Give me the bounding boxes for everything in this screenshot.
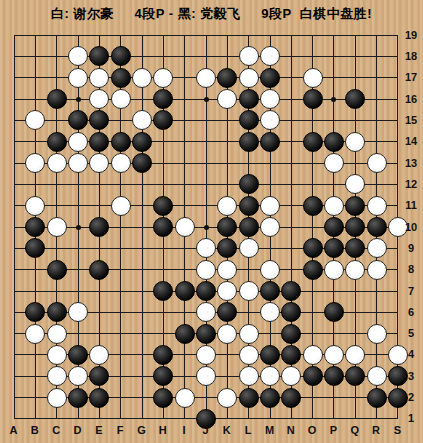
go-game-viewer: 白: 谢尔豪 4段P - 黑: 党毅飞 9段P 白棋中盘胜! ABCDEFGHI… <box>0 0 423 443</box>
black-stone-L12[interactable] <box>239 174 259 194</box>
white-stone-K2[interactable] <box>217 388 237 408</box>
black-stone-R2[interactable] <box>367 388 387 408</box>
black-stone-Q9[interactable] <box>345 238 365 258</box>
col-label-S: S <box>387 424 407 436</box>
hoshi-point <box>204 225 209 230</box>
black-stone-K17[interactable] <box>217 68 237 88</box>
black-stone-N6[interactable] <box>281 302 301 322</box>
white-stone-J17[interactable] <box>196 68 216 88</box>
white-stone-C4[interactable] <box>47 345 67 365</box>
black-stone-H4[interactable] <box>153 345 173 365</box>
row-label-18: 18 <box>399 50 423 62</box>
white-stone-J9[interactable] <box>196 238 216 258</box>
white-stone-B13[interactable] <box>25 153 45 173</box>
black-stone-P6[interactable] <box>324 302 344 322</box>
row-label-13: 13 <box>399 157 423 169</box>
white-stone-L3[interactable] <box>239 366 259 386</box>
black-stone-O16[interactable] <box>303 89 323 109</box>
black-stone-E8[interactable] <box>89 260 109 280</box>
black-stone-D2[interactable] <box>68 388 88 408</box>
white-stone-M10[interactable] <box>260 217 280 237</box>
white-stone-L4[interactable] <box>239 345 259 365</box>
white-stone-P4[interactable] <box>324 345 344 365</box>
black-stone-J7[interactable] <box>196 281 216 301</box>
white-stone-C2[interactable] <box>47 388 67 408</box>
row-label-14: 14 <box>399 135 423 147</box>
col-label-D: D <box>68 424 88 436</box>
black-stone-M2[interactable] <box>260 388 280 408</box>
white-stone-P11[interactable] <box>324 196 344 216</box>
black-stone-L10[interactable] <box>239 217 259 237</box>
black-stone-I5[interactable] <box>175 324 195 344</box>
black-stone-F18[interactable] <box>111 46 131 66</box>
white-stone-C13[interactable] <box>47 153 67 173</box>
black-stone-H3[interactable] <box>153 366 173 386</box>
white-stone-Q4[interactable] <box>345 345 365 365</box>
black-stone-J5[interactable] <box>196 324 216 344</box>
col-label-A: A <box>4 424 24 436</box>
white-stone-E4[interactable] <box>89 345 109 365</box>
black-stone-O11[interactable] <box>303 196 323 216</box>
black-stone-E3[interactable] <box>89 366 109 386</box>
hoshi-point <box>76 225 81 230</box>
row-label-11: 11 <box>399 199 423 211</box>
white-stone-D17[interactable] <box>68 68 88 88</box>
row-label-19: 19 <box>399 29 423 41</box>
hoshi-point <box>204 97 209 102</box>
black-stone-C6[interactable] <box>47 302 67 322</box>
white-stone-B5[interactable] <box>25 324 45 344</box>
white-stone-M3[interactable] <box>260 366 280 386</box>
black-stone-Q16[interactable] <box>345 89 365 109</box>
white-stone-H17[interactable] <box>153 68 173 88</box>
white-stone-F11[interactable] <box>111 196 131 216</box>
col-label-M: M <box>260 424 280 436</box>
col-label-Q: Q <box>345 424 365 436</box>
white-stone-R3[interactable] <box>367 366 387 386</box>
black-stone-F14[interactable] <box>111 132 131 152</box>
black-stone-M17[interactable] <box>260 68 280 88</box>
col-label-G: G <box>132 424 152 436</box>
black-stone-I7[interactable] <box>175 281 195 301</box>
white-stone-Q12[interactable] <box>345 174 365 194</box>
black-stone-L2[interactable] <box>239 388 259 408</box>
hoshi-point <box>331 97 336 102</box>
black-stone-C14[interactable] <box>47 132 67 152</box>
white-stone-O4[interactable] <box>303 345 323 365</box>
black-stone-L16[interactable] <box>239 89 259 109</box>
black-stone-E10[interactable] <box>89 217 109 237</box>
white-stone-K8[interactable] <box>217 260 237 280</box>
black-stone-L11[interactable] <box>239 196 259 216</box>
black-stone-K6[interactable] <box>217 302 237 322</box>
col-label-E: E <box>89 424 109 436</box>
black-stone-H11[interactable] <box>153 196 173 216</box>
row-label-6: 6 <box>399 306 423 318</box>
white-stone-R8[interactable] <box>367 260 387 280</box>
white-stone-M15[interactable] <box>260 110 280 130</box>
black-stone-B10[interactable] <box>25 217 45 237</box>
white-stone-L18[interactable] <box>239 46 259 66</box>
white-stone-G15[interactable] <box>132 110 152 130</box>
black-stone-P10[interactable] <box>324 217 344 237</box>
black-stone-R10[interactable] <box>367 217 387 237</box>
row-label-4: 4 <box>399 348 423 360</box>
game-info-header: 白: 谢尔豪 4段P - 黑: 党毅飞 9段P 白棋中盘胜! <box>0 0 423 28</box>
col-label-R: R <box>366 424 386 436</box>
row-label-1: 1 <box>399 412 423 424</box>
black-stone-N7[interactable] <box>281 281 301 301</box>
white-stone-F13[interactable] <box>111 153 131 173</box>
black-stone-D15[interactable] <box>68 110 88 130</box>
white-stone-Q14[interactable] <box>345 132 365 152</box>
black-stone-H16[interactable] <box>153 89 173 109</box>
row-label-16: 16 <box>399 93 423 105</box>
black-stone-P9[interactable] <box>324 238 344 258</box>
white-stone-M11[interactable] <box>260 196 280 216</box>
white-stone-D13[interactable] <box>68 153 88 173</box>
black-stone-E15[interactable] <box>89 110 109 130</box>
white-stone-L5[interactable] <box>239 324 259 344</box>
white-stone-K7[interactable] <box>217 281 237 301</box>
white-stone-B15[interactable] <box>25 110 45 130</box>
white-stone-E17[interactable] <box>89 68 109 88</box>
col-label-L: L <box>238 424 258 436</box>
black-stone-O3[interactable] <box>303 366 323 386</box>
row-label-7: 7 <box>399 285 423 297</box>
black-stone-L14[interactable] <box>239 132 259 152</box>
black-stone-N4[interactable] <box>281 345 301 365</box>
row-label-3: 3 <box>399 370 423 382</box>
white-stone-F16[interactable] <box>111 89 131 109</box>
black-stone-K10[interactable] <box>217 217 237 237</box>
white-stone-K16[interactable] <box>217 89 237 109</box>
col-label-K: K <box>217 424 237 436</box>
row-label-8: 8 <box>399 263 423 275</box>
black-stone-P3[interactable] <box>324 366 344 386</box>
white-stone-K11[interactable] <box>217 196 237 216</box>
white-stone-J6[interactable] <box>196 302 216 322</box>
white-stone-L17[interactable] <box>239 68 259 88</box>
col-label-C: C <box>46 424 66 436</box>
row-label-12: 12 <box>399 178 423 190</box>
col-label-O: O <box>302 424 322 436</box>
white-stone-I10[interactable] <box>175 217 195 237</box>
black-stone-Q10[interactable] <box>345 217 365 237</box>
white-stone-K5[interactable] <box>217 324 237 344</box>
white-stone-R5[interactable] <box>367 324 387 344</box>
col-label-P: P <box>323 424 343 436</box>
col-label-H: H <box>153 424 173 436</box>
row-label-15: 15 <box>399 114 423 126</box>
white-stone-P8[interactable] <box>324 260 344 280</box>
white-stone-L7[interactable] <box>239 281 259 301</box>
white-stone-M16[interactable] <box>260 89 280 109</box>
black-stone-N5[interactable] <box>281 324 301 344</box>
hoshi-point <box>76 97 81 102</box>
black-stone-C8[interactable] <box>47 260 67 280</box>
white-stone-E16[interactable] <box>89 89 109 109</box>
white-stone-R13[interactable] <box>367 153 387 173</box>
white-stone-J8[interactable] <box>196 260 216 280</box>
black-stone-H10[interactable] <box>153 217 173 237</box>
white-stone-D14[interactable] <box>68 132 88 152</box>
black-stone-O8[interactable] <box>303 260 323 280</box>
col-label-F: F <box>110 424 130 436</box>
white-stone-C5[interactable] <box>47 324 67 344</box>
black-stone-F17[interactable] <box>111 68 131 88</box>
white-stone-C3[interactable] <box>47 366 67 386</box>
white-stone-E13[interactable] <box>89 153 109 173</box>
white-stone-M8[interactable] <box>260 260 280 280</box>
black-stone-M7[interactable] <box>260 281 280 301</box>
black-stone-B6[interactable] <box>25 302 45 322</box>
white-stone-D18[interactable] <box>68 46 88 66</box>
white-stone-R11[interactable] <box>367 196 387 216</box>
row-label-17: 17 <box>399 71 423 83</box>
black-stone-L15[interactable] <box>239 110 259 130</box>
black-stone-O9[interactable] <box>303 238 323 258</box>
white-stone-R9[interactable] <box>367 238 387 258</box>
black-stone-M14[interactable] <box>260 132 280 152</box>
black-stone-H15[interactable] <box>153 110 173 130</box>
black-stone-P14[interactable] <box>324 132 344 152</box>
white-stone-M18[interactable] <box>260 46 280 66</box>
row-label-10: 10 <box>399 221 423 233</box>
row-label-2: 2 <box>399 391 423 403</box>
black-stone-E14[interactable] <box>89 132 109 152</box>
white-stone-L9[interactable] <box>239 238 259 258</box>
black-stone-M4[interactable] <box>260 345 280 365</box>
white-stone-J3[interactable] <box>196 366 216 386</box>
black-stone-E2[interactable] <box>89 388 109 408</box>
col-label-N: N <box>281 424 301 436</box>
white-stone-D6[interactable] <box>68 302 88 322</box>
black-stone-H7[interactable] <box>153 281 173 301</box>
black-stone-N2[interactable] <box>281 388 301 408</box>
white-stone-Q8[interactable] <box>345 260 365 280</box>
white-stone-I2[interactable] <box>175 388 195 408</box>
black-stone-G14[interactable] <box>132 132 152 152</box>
black-stone-E18[interactable] <box>89 46 109 66</box>
col-label-B: B <box>25 424 45 436</box>
black-stone-O14[interactable] <box>303 132 323 152</box>
white-stone-P13[interactable] <box>324 153 344 173</box>
white-stone-N3[interactable] <box>281 366 301 386</box>
black-stone-H2[interactable] <box>153 388 173 408</box>
row-label-5: 5 <box>399 327 423 339</box>
black-stone-K9[interactable] <box>217 238 237 258</box>
black-stone-D4[interactable] <box>68 345 88 365</box>
white-stone-G17[interactable] <box>132 68 152 88</box>
white-stone-M6[interactable] <box>260 302 280 322</box>
white-stone-O17[interactable] <box>303 68 323 88</box>
white-stone-J4[interactable] <box>196 345 216 365</box>
black-stone-B9[interactable] <box>25 238 45 258</box>
row-label-9: 9 <box>399 242 423 254</box>
black-stone-G13[interactable] <box>132 153 152 173</box>
col-label-J: J <box>196 424 216 436</box>
white-stone-B11[interactable] <box>25 196 45 216</box>
white-stone-D3[interactable] <box>68 366 88 386</box>
col-label-I: I <box>174 424 194 436</box>
black-stone-Q11[interactable] <box>345 196 365 216</box>
white-stone-C10[interactable] <box>47 217 67 237</box>
black-stone-Q3[interactable] <box>345 366 365 386</box>
black-stone-C16[interactable] <box>47 89 67 109</box>
